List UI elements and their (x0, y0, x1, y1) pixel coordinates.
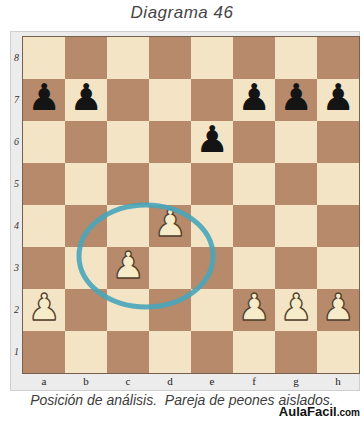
black-pawn-h7: ♟ (321, 77, 354, 119)
white-pawn-d4: ♟ (153, 203, 186, 245)
square-f3 (233, 247, 275, 289)
square-c2 (107, 289, 149, 331)
square-f1 (233, 331, 275, 373)
square-e6: ♟ (191, 121, 233, 163)
square-d3 (149, 247, 191, 289)
black-pawn-f7: ♟ (237, 77, 270, 119)
square-a2: ♟ (23, 289, 65, 331)
black-pawn-b7: ♟ (69, 77, 102, 119)
square-b2 (65, 289, 107, 331)
square-c7 (107, 79, 149, 121)
square-e2 (191, 289, 233, 331)
rank-labels: 87654321 (11, 36, 22, 372)
square-c8 (107, 37, 149, 79)
square-f4 (233, 205, 275, 247)
square-g6 (275, 121, 317, 163)
board-frame: 87654321 ♟♟♟♟♟♟♟♟♟♟♟♟ abcdefgh (10, 31, 360, 391)
rank-label-7: 7 (11, 78, 22, 120)
rank-label-5: 5 (11, 162, 22, 204)
square-b3 (65, 247, 107, 289)
rank-label-1: 1 (11, 330, 22, 372)
square-d7 (149, 79, 191, 121)
square-b4 (65, 205, 107, 247)
square-h8 (317, 37, 359, 79)
rank-label-3: 3 (11, 246, 22, 288)
square-h2: ♟ (317, 289, 359, 331)
square-e5 (191, 163, 233, 205)
square-c6 (107, 121, 149, 163)
square-h7: ♟ (317, 79, 359, 121)
board: ♟♟♟♟♟♟♟♟♟♟♟♟ (22, 36, 360, 374)
square-d8 (149, 37, 191, 79)
square-f6 (233, 121, 275, 163)
square-c4 (107, 205, 149, 247)
square-d1 (149, 331, 191, 373)
square-a6 (23, 121, 65, 163)
square-a1 (23, 331, 65, 373)
square-f2: ♟ (233, 289, 275, 331)
square-g8 (275, 37, 317, 79)
diagram-title: Diagrama 46 (0, 3, 364, 23)
square-c1 (107, 331, 149, 373)
square-e1 (191, 331, 233, 373)
square-d4: ♟ (149, 205, 191, 247)
square-a7: ♟ (23, 79, 65, 121)
square-b5 (65, 163, 107, 205)
square-c3: ♟ (107, 247, 149, 289)
white-pawn-f2: ♟ (237, 287, 270, 329)
square-b8 (65, 37, 107, 79)
square-d5 (149, 163, 191, 205)
square-g1 (275, 331, 317, 373)
rank-label-2: 2 (11, 288, 22, 330)
square-b6 (65, 121, 107, 163)
square-a4 (23, 205, 65, 247)
square-e3 (191, 247, 233, 289)
file-label-e: e (191, 375, 233, 389)
square-g5 (275, 163, 317, 205)
brand-name: AulaFacil (279, 404, 337, 419)
square-e7 (191, 79, 233, 121)
black-pawn-a7: ♟ (27, 77, 60, 119)
square-g3 (275, 247, 317, 289)
rank-label-8: 8 (11, 36, 22, 78)
square-c5 (107, 163, 149, 205)
square-g7: ♟ (275, 79, 317, 121)
rank-label-6: 6 (11, 120, 22, 162)
square-a5 (23, 163, 65, 205)
square-f8 (233, 37, 275, 79)
square-e8 (191, 37, 233, 79)
black-pawn-g7: ♟ (279, 77, 312, 119)
square-a3 (23, 247, 65, 289)
file-label-c: c (107, 375, 149, 389)
file-labels: abcdefgh (23, 375, 359, 389)
file-label-b: b (65, 375, 107, 389)
file-label-f: f (233, 375, 275, 389)
square-d6 (149, 121, 191, 163)
square-b7: ♟ (65, 79, 107, 121)
rank-label-4: 4 (11, 204, 22, 246)
white-pawn-c3: ♟ (111, 245, 144, 287)
square-b1 (65, 331, 107, 373)
square-f7: ♟ (233, 79, 275, 121)
square-h3 (317, 247, 359, 289)
square-h1 (317, 331, 359, 373)
square-h5 (317, 163, 359, 205)
diagram-page: Diagrama 46 87654321 ♟♟♟♟♟♟♟♟♟♟♟♟ abcdef… (0, 0, 364, 423)
file-label-h: h (317, 375, 359, 389)
black-pawn-e6: ♟ (195, 119, 228, 161)
square-h6 (317, 121, 359, 163)
square-h4 (317, 205, 359, 247)
square-g2: ♟ (275, 289, 317, 331)
file-label-g: g (275, 375, 317, 389)
square-e4 (191, 205, 233, 247)
square-g4 (275, 205, 317, 247)
file-label-d: d (149, 375, 191, 389)
square-f5 (233, 163, 275, 205)
file-label-a: a (23, 375, 65, 389)
brand-suffix: .com (337, 407, 360, 418)
square-d2 (149, 289, 191, 331)
brand-watermark: AulaFacil.com (279, 405, 360, 420)
square-a8 (23, 37, 65, 79)
white-pawn-h2: ♟ (321, 287, 354, 329)
white-pawn-a2: ♟ (27, 287, 60, 329)
white-pawn-g2: ♟ (279, 287, 312, 329)
